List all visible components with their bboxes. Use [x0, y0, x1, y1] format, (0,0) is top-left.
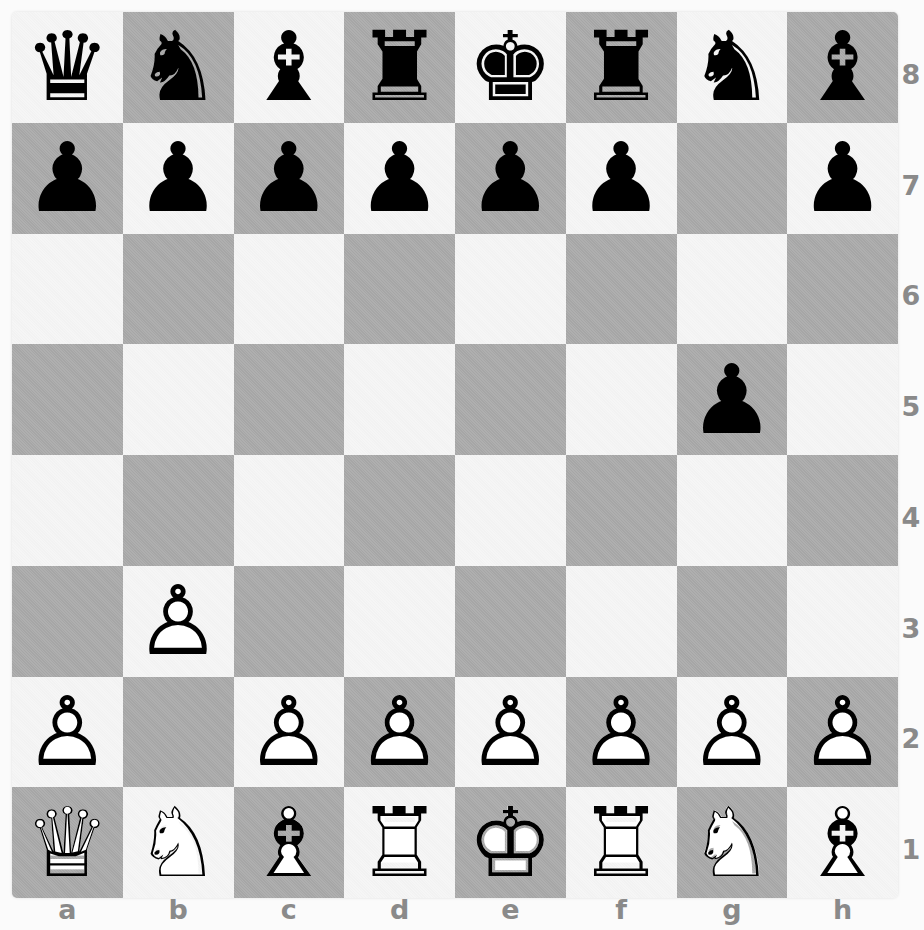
- black-pawn-piece[interactable]: ♟: [689, 352, 775, 448]
- file-label-b: b: [123, 892, 234, 926]
- black-pawn-piece[interactable]: ♟: [246, 130, 332, 226]
- piece-fill-glyph: ♝: [800, 19, 886, 115]
- piece-fill-glyph: ♟: [246, 130, 332, 226]
- square-d3[interactable]: [344, 566, 455, 677]
- file-label-f: f: [566, 892, 677, 926]
- file-label-h: h: [787, 892, 898, 926]
- white-rook-piece[interactable]: ♜♖: [578, 795, 664, 891]
- square-d8[interactable]: ♜: [344, 12, 455, 123]
- square-f5[interactable]: [566, 344, 677, 455]
- square-d4[interactable]: [344, 455, 455, 566]
- square-a8[interactable]: ♛: [12, 12, 123, 123]
- square-b4[interactable]: [123, 455, 234, 566]
- square-c4[interactable]: [234, 455, 345, 566]
- chessboard-app: ♛♞♝♜♚♜♞♝♟♟♟♟♟♟♟♟♟♙♟♙♟♙♟♙♟♙♟♙♟♙♟♙♛♕♞♘♝♗♜♖…: [0, 0, 924, 930]
- white-pawn-piece[interactable]: ♟♙: [800, 684, 886, 780]
- file-label-e: e: [455, 892, 566, 926]
- white-pawn-piece[interactable]: ♟♙: [357, 684, 443, 780]
- square-g5[interactable]: ♟: [677, 344, 788, 455]
- square-d6[interactable]: [344, 234, 455, 345]
- square-c7[interactable]: ♟: [234, 123, 345, 234]
- piece-outline-glyph: ♙: [246, 684, 332, 780]
- square-f6[interactable]: [566, 234, 677, 345]
- square-h5[interactable]: [787, 344, 898, 455]
- square-d1[interactable]: ♜♖: [344, 787, 455, 898]
- file-coordinates: abcdefgh: [12, 892, 898, 926]
- piece-fill-glyph: ♜: [357, 19, 443, 115]
- square-c8[interactable]: ♝: [234, 12, 345, 123]
- piece-fill-glyph: ♟: [357, 130, 443, 226]
- piece-fill-glyph: ♝: [246, 19, 332, 115]
- piece-fill-glyph: ♚: [467, 19, 553, 115]
- piece-outline-glyph: ♙: [578, 684, 664, 780]
- white-pawn-piece[interactable]: ♟♙: [689, 684, 775, 780]
- black-bishop-piece[interactable]: ♝: [800, 19, 886, 115]
- square-g7[interactable]: [677, 123, 788, 234]
- white-king-piece[interactable]: ♚♔: [467, 795, 553, 891]
- black-bishop-piece[interactable]: ♝: [246, 19, 332, 115]
- piece-outline-glyph: ♙: [800, 684, 886, 780]
- square-e2[interactable]: ♟♙: [455, 677, 566, 788]
- square-d5[interactable]: [344, 344, 455, 455]
- square-a3[interactable]: [12, 566, 123, 677]
- square-e4[interactable]: [455, 455, 566, 566]
- square-g3[interactable]: [677, 566, 788, 677]
- black-pawn-piece[interactable]: ♟: [24, 130, 110, 226]
- square-e5[interactable]: [455, 344, 566, 455]
- white-pawn-piece[interactable]: ♟♙: [467, 684, 553, 780]
- black-king-piece[interactable]: ♚: [467, 19, 553, 115]
- piece-fill-glyph: ♜: [578, 19, 664, 115]
- white-knight-piece[interactable]: ♞♘: [689, 795, 775, 891]
- square-g6[interactable]: [677, 234, 788, 345]
- piece-fill-glyph: ♛: [24, 19, 110, 115]
- piece-outline-glyph: ♕: [24, 795, 110, 891]
- piece-fill-glyph: ♞: [135, 19, 221, 115]
- square-b7[interactable]: ♟: [123, 123, 234, 234]
- rank-label-3: 3: [898, 566, 924, 677]
- piece-outline-glyph: ♗: [800, 795, 886, 891]
- square-f8[interactable]: ♜: [566, 12, 677, 123]
- square-f2[interactable]: ♟♙: [566, 677, 677, 788]
- piece-outline-glyph: ♘: [689, 795, 775, 891]
- piece-fill-glyph: ♟: [578, 130, 664, 226]
- square-a7[interactable]: ♟: [12, 123, 123, 234]
- file-label-a: a: [12, 892, 123, 926]
- square-g1[interactable]: ♞♘: [677, 787, 788, 898]
- square-c2[interactable]: ♟♙: [234, 677, 345, 788]
- piece-outline-glyph: ♙: [357, 684, 443, 780]
- square-b5[interactable]: [123, 344, 234, 455]
- black-pawn-piece[interactable]: ♟: [467, 130, 553, 226]
- white-bishop-piece[interactable]: ♝♗: [800, 795, 886, 891]
- square-g4[interactable]: [677, 455, 788, 566]
- file-label-g: g: [677, 892, 788, 926]
- square-h8[interactable]: ♝: [787, 12, 898, 123]
- square-b3[interactable]: ♟♙: [123, 566, 234, 677]
- black-knight-piece[interactable]: ♞: [135, 19, 221, 115]
- black-pawn-piece[interactable]: ♟: [800, 130, 886, 226]
- rank-label-1: 1: [898, 787, 924, 898]
- black-pawn-piece[interactable]: ♟: [357, 130, 443, 226]
- piece-fill-glyph: ♟: [24, 130, 110, 226]
- square-b8[interactable]: ♞: [123, 12, 234, 123]
- square-e8[interactable]: ♚: [455, 12, 566, 123]
- square-e1[interactable]: ♚♔: [455, 787, 566, 898]
- white-knight-piece[interactable]: ♞♘: [135, 795, 221, 891]
- square-c1[interactable]: ♝♗: [234, 787, 345, 898]
- white-bishop-piece[interactable]: ♝♗: [246, 795, 332, 891]
- square-c6[interactable]: [234, 234, 345, 345]
- piece-fill-glyph: ♟: [135, 130, 221, 226]
- square-e7[interactable]: ♟: [455, 123, 566, 234]
- piece-fill-glyph: ♟: [689, 352, 775, 448]
- black-rook-piece[interactable]: ♜: [357, 19, 443, 115]
- file-label-d: d: [344, 892, 455, 926]
- piece-outline-glyph: ♗: [246, 795, 332, 891]
- piece-outline-glyph: ♙: [135, 573, 221, 669]
- rank-label-7: 7: [898, 123, 924, 234]
- square-a1[interactable]: ♛♕: [12, 787, 123, 898]
- square-d7[interactable]: ♟: [344, 123, 455, 234]
- rank-coordinates: 87654321: [898, 12, 924, 898]
- black-knight-piece[interactable]: ♞: [689, 19, 775, 115]
- square-d2[interactable]: ♟♙: [344, 677, 455, 788]
- square-h6[interactable]: [787, 234, 898, 345]
- square-h7[interactable]: ♟: [787, 123, 898, 234]
- piece-outline-glyph: ♔: [467, 795, 553, 891]
- square-h4[interactable]: [787, 455, 898, 566]
- rank-label-8: 8: [898, 12, 924, 123]
- square-f3[interactable]: [566, 566, 677, 677]
- white-pawn-piece[interactable]: ♟♙: [578, 684, 664, 780]
- piece-outline-glyph: ♖: [578, 795, 664, 891]
- rank-label-6: 6: [898, 234, 924, 345]
- rank-label-5: 5: [898, 344, 924, 455]
- black-queen-piece[interactable]: ♛: [24, 19, 110, 115]
- square-h3[interactable]: [787, 566, 898, 677]
- square-c3[interactable]: [234, 566, 345, 677]
- square-b2[interactable]: [123, 677, 234, 788]
- square-f4[interactable]: [566, 455, 677, 566]
- square-g8[interactable]: ♞: [677, 12, 788, 123]
- white-pawn-piece[interactable]: ♟♙: [24, 684, 110, 780]
- square-a6[interactable]: [12, 234, 123, 345]
- black-rook-piece[interactable]: ♜: [578, 19, 664, 115]
- file-label-c: c: [234, 892, 345, 926]
- piece-fill-glyph: ♟: [467, 130, 553, 226]
- square-e3[interactable]: [455, 566, 566, 677]
- square-e6[interactable]: [455, 234, 566, 345]
- square-b1[interactable]: ♞♘: [123, 787, 234, 898]
- black-pawn-piece[interactable]: ♟: [578, 130, 664, 226]
- square-a4[interactable]: [12, 455, 123, 566]
- square-a2[interactable]: ♟♙: [12, 677, 123, 788]
- white-rook-piece[interactable]: ♜♖: [357, 795, 443, 891]
- square-c5[interactable]: [234, 344, 345, 455]
- square-f1[interactable]: ♜♖: [566, 787, 677, 898]
- square-a5[interactable]: [12, 344, 123, 455]
- black-pawn-piece[interactable]: ♟: [135, 130, 221, 226]
- square-h2[interactable]: ♟♙: [787, 677, 898, 788]
- square-g2[interactable]: ♟♙: [677, 677, 788, 788]
- piece-outline-glyph: ♖: [357, 795, 443, 891]
- rank-label-4: 4: [898, 455, 924, 566]
- piece-outline-glyph: ♘: [135, 795, 221, 891]
- piece-outline-glyph: ♙: [467, 684, 553, 780]
- white-pawn-piece[interactable]: ♟♙: [246, 684, 332, 780]
- white-queen-piece[interactable]: ♛♕: [24, 795, 110, 891]
- white-pawn-piece[interactable]: ♟♙: [135, 573, 221, 669]
- square-f7[interactable]: ♟: [566, 123, 677, 234]
- piece-fill-glyph: ♟: [800, 130, 886, 226]
- chess-board: ♛♞♝♜♚♜♞♝♟♟♟♟♟♟♟♟♟♙♟♙♟♙♟♙♟♙♟♙♟♙♟♙♛♕♞♘♝♗♜♖…: [12, 12, 898, 898]
- rank-label-2: 2: [898, 677, 924, 788]
- square-h1[interactable]: ♝♗: [787, 787, 898, 898]
- piece-outline-glyph: ♙: [24, 684, 110, 780]
- piece-outline-glyph: ♙: [689, 684, 775, 780]
- piece-fill-glyph: ♞: [689, 19, 775, 115]
- square-b6[interactable]: [123, 234, 234, 345]
